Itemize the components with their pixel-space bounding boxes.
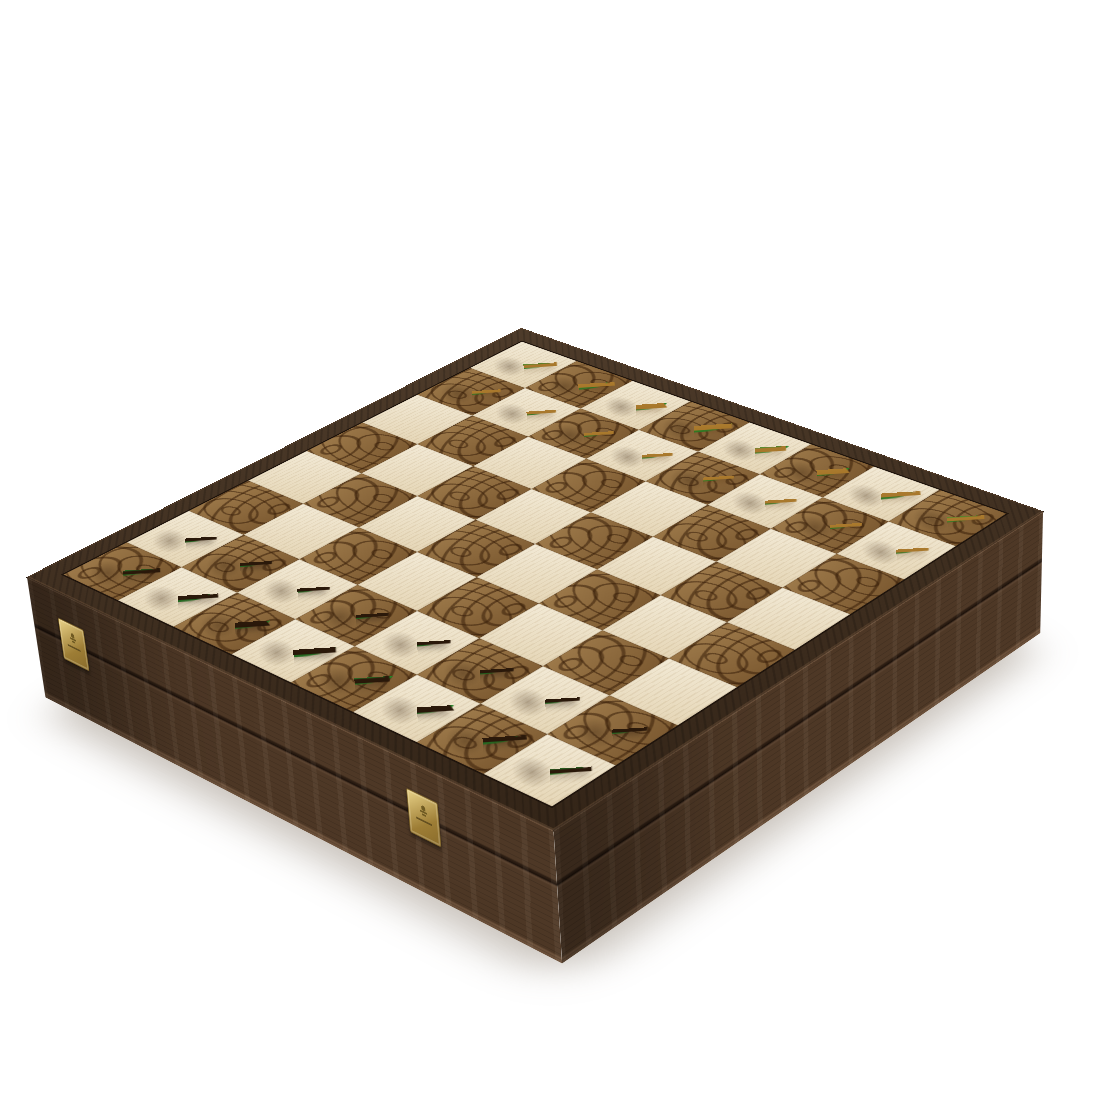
brass-clasp — [406, 788, 441, 848]
rook-glyph: ♜ — [475, 644, 618, 801]
chess-box-scene: ♜♞♝♛♚♝♞♜♟♟♟♟♟♟♟♟♟♟♟♟♟♟♟♟♜♞♝♛♚♝♞♜ — [27, 328, 1043, 830]
brass-engraving — [416, 817, 432, 827]
camera-tilt: ♜♞♝♛♚♝♞♜♟♟♟♟♟♟♟♟♟♟♟♟♟♟♟♟♜♞♝♛♚♝♞♜ — [153, 162, 918, 927]
brass-logo-mark-icon — [417, 802, 428, 819]
pawn-glyph: ♟ — [841, 457, 946, 573]
brass-clasp — [58, 617, 90, 671]
brass-engraving — [68, 644, 81, 652]
product-photo-page: { "game": "chess", "position": "rnbqkbnr… — [0, 0, 1100, 1100]
brass-logo-mark-icon — [68, 630, 78, 645]
